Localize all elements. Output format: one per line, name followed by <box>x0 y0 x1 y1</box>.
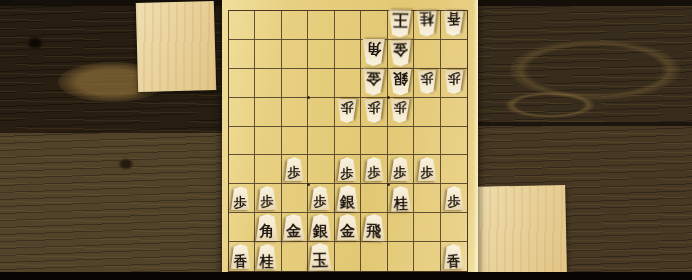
piece-body: 玉 <box>308 242 333 270</box>
shogi-piece-pawn[interactable]: 歩 <box>417 157 437 181</box>
piece-body: 歩 <box>417 157 437 181</box>
shogi-piece-gold[interactable]: 金 <box>362 68 386 95</box>
shogi-piece-pawn[interactable]: 歩 <box>363 99 383 123</box>
shogi-piece-pawn[interactable]: 歩 <box>257 186 278 211</box>
piece-kanji: 歩 <box>260 196 273 210</box>
shogi-piece-pawn[interactable]: 歩 <box>443 186 463 210</box>
piece-body: 歩 <box>283 157 303 181</box>
piece-kanji: 角 <box>260 224 275 240</box>
shogi-piece-lance[interactable]: 香 <box>230 244 251 269</box>
shogi-scene: 王桂香角金金銀歩歩歩歩歩歩歩歩歩歩歩歩歩銀桂歩角金銀金飛香桂玉香 <box>0 0 692 280</box>
shogi-piece-knight[interactable]: 桂 <box>389 185 411 211</box>
piece-kanji: 歩 <box>234 196 247 210</box>
piece-kanji: 金 <box>366 69 381 85</box>
piece-kanji: 歩 <box>394 167 407 181</box>
piece-body: 桂 <box>256 244 278 270</box>
piece-body: 歩 <box>390 157 410 181</box>
piece-kanji: 桂 <box>260 253 274 268</box>
shogi-piece-bishop[interactable]: 角 <box>255 214 279 241</box>
piece-body: 角 <box>362 39 386 66</box>
shogi-piece-pawn[interactable]: 歩 <box>390 157 410 181</box>
shogi-piece-silver[interactable]: 銀 <box>389 69 412 96</box>
piece-body: 角 <box>255 214 279 241</box>
shogi-piece-pawn[interactable]: 歩 <box>417 70 438 95</box>
piece-kanji: 玉 <box>312 252 328 269</box>
shogi-piece-rook[interactable]: 飛 <box>362 214 386 242</box>
shogi-piece-gold[interactable]: 金 <box>388 39 412 66</box>
shogi-piece-pawn[interactable]: 歩 <box>230 186 250 210</box>
piece-kanji: 歩 <box>341 167 354 181</box>
piece-body: 桂 <box>416 11 438 37</box>
wood-grain-arc <box>510 40 680 100</box>
light-wood-block-left <box>136 1 216 92</box>
piece-kanji: 金 <box>286 224 301 240</box>
shogi-piece-silver[interactable]: 銀 <box>309 214 332 241</box>
piece-kanji: 香 <box>447 12 461 27</box>
shogi-piece-pawn[interactable]: 歩 <box>283 157 303 181</box>
piece-kanji: 王 <box>392 11 408 28</box>
piece-body: 香 <box>443 244 465 270</box>
piece-body: 歩 <box>417 70 438 95</box>
piece-body: 歩 <box>443 186 463 210</box>
piece-kanji: 歩 <box>367 100 380 114</box>
shogi-piece-pawn[interactable]: 歩 <box>390 99 411 124</box>
shogi-piece-lance[interactable]: 香 <box>443 244 465 270</box>
piece-kanji: 銀 <box>339 195 354 211</box>
piece-kanji: 歩 <box>287 167 300 181</box>
shogi-piece-pawn[interactable]: 歩 <box>443 70 463 94</box>
table-plank-bottom-left <box>0 133 228 272</box>
piece-body: 銀 <box>335 185 359 212</box>
piece-body: 香 <box>230 244 251 269</box>
shogi-piece-silver[interactable]: 銀 <box>335 185 359 212</box>
shogi-piece-knight[interactable]: 桂 <box>256 244 278 270</box>
piece-body: 金 <box>335 214 358 241</box>
piece-kanji: 飛 <box>366 224 381 240</box>
table-edge-strip-bottom <box>0 272 692 280</box>
piece-body: 歩 <box>363 99 383 123</box>
piece-kanji: 歩 <box>447 196 460 210</box>
piece-body: 歩 <box>230 186 250 210</box>
piece-kanji: 香 <box>447 254 461 269</box>
shogi-piece-gote-king[interactable]: 王 <box>388 10 412 38</box>
piece-body: 歩 <box>257 186 278 211</box>
piece-kanji: 歩 <box>314 196 327 210</box>
shogi-piece-knight[interactable]: 桂 <box>416 11 438 37</box>
piece-kanji: 歩 <box>420 167 433 181</box>
piece-body: 金 <box>282 214 306 241</box>
shogi-piece-gold[interactable]: 金 <box>282 214 306 241</box>
piece-kanji: 桂 <box>420 12 434 27</box>
piece-body: 歩 <box>390 99 411 124</box>
wood-knot <box>26 36 44 50</box>
piece-kanji: 銀 <box>393 70 408 86</box>
shogi-piece-pawn[interactable]: 歩 <box>337 99 357 123</box>
piece-kanji: 歩 <box>367 167 380 181</box>
shogi-piece-pawn[interactable]: 歩 <box>337 157 357 181</box>
piece-kanji: 歩 <box>340 100 353 114</box>
shogi-piece-pawn[interactable]: 歩 <box>363 157 384 182</box>
piece-body: 歩 <box>310 186 330 210</box>
piece-body: 金 <box>388 39 412 66</box>
shogi-piece-sente-king[interactable]: 玉 <box>308 242 333 270</box>
shogi-piece-lance[interactable]: 香 <box>443 11 465 37</box>
shogi-piece-gold[interactable]: 金 <box>335 214 358 241</box>
piece-body: 香 <box>443 11 465 37</box>
piece-kanji: 歩 <box>394 100 407 114</box>
pieces-layer: 王桂香角金金銀歩歩歩歩歩歩歩歩歩歩歩歩歩銀桂歩角金銀金飛香桂玉香 <box>228 10 468 272</box>
piece-body: 歩 <box>443 70 463 94</box>
piece-body: 銀 <box>309 214 332 241</box>
piece-kanji: 歩 <box>420 71 433 85</box>
shogi-piece-bishop[interactable]: 角 <box>362 39 386 66</box>
piece-kanji: 桂 <box>393 195 407 210</box>
piece-body: 飛 <box>362 214 386 242</box>
piece-body: 王 <box>388 10 412 38</box>
piece-body: 歩 <box>363 157 384 182</box>
plank-seam <box>470 122 692 126</box>
shogi-board: 王桂香角金金銀歩歩歩歩歩歩歩歩歩歩歩歩歩銀桂歩角金銀金飛香桂玉香 <box>222 0 478 277</box>
piece-kanji: 銀 <box>313 224 328 240</box>
piece-body: 桂 <box>389 185 411 211</box>
piece-body: 金 <box>362 68 386 95</box>
shogi-piece-pawn[interactable]: 歩 <box>310 186 330 210</box>
piece-body: 銀 <box>389 69 412 96</box>
piece-body: 歩 <box>337 99 357 123</box>
light-wood-block-right <box>465 185 567 274</box>
piece-kanji: 歩 <box>447 71 460 85</box>
piece-body: 歩 <box>337 157 357 181</box>
piece-kanji: 香 <box>234 254 248 268</box>
piece-kanji: 金 <box>392 40 407 56</box>
piece-kanji: 角 <box>366 40 381 56</box>
piece-kanji: 金 <box>339 224 354 240</box>
wood-knot <box>118 158 134 170</box>
